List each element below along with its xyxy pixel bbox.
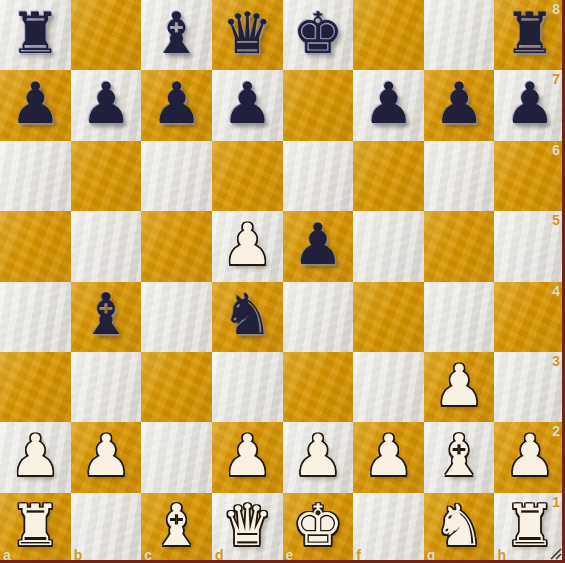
piece-white-bishop[interactable]: ♝	[434, 427, 485, 484]
square-g3[interactable]: ♟	[424, 352, 495, 422]
square-c2[interactable]	[141, 422, 212, 492]
square-b1[interactable]: b	[71, 493, 142, 563]
piece-white-pawn[interactable]: ♟	[222, 216, 273, 273]
square-f8[interactable]	[353, 0, 424, 70]
square-e5[interactable]: ♟	[283, 211, 354, 281]
square-a6[interactable]	[0, 141, 71, 211]
square-e7[interactable]	[283, 70, 354, 140]
square-f3[interactable]	[353, 352, 424, 422]
piece-black-bishop[interactable]: ♝	[80, 286, 131, 343]
piece-black-pawn[interactable]: ♟	[10, 75, 61, 132]
square-c6[interactable]	[141, 141, 212, 211]
chess-app-window: ♜♝♛♚♜8♟♟♟♟♟♟♟76♟♟5♝♞4♟3♟♟♟♟♟♝♟2♜ab♝c♛d♚e…	[0, 0, 565, 563]
piece-black-pawn[interactable]: ♟	[151, 75, 202, 132]
square-g2[interactable]: ♝	[424, 422, 495, 492]
piece-white-pawn[interactable]: ♟	[504, 427, 555, 484]
square-c3[interactable]	[141, 352, 212, 422]
square-d6[interactable]	[212, 141, 283, 211]
piece-white-pawn[interactable]: ♟	[363, 427, 414, 484]
square-c7[interactable]: ♟	[141, 70, 212, 140]
square-h5[interactable]: 5	[494, 211, 565, 281]
piece-white-queen[interactable]: ♛	[222, 497, 273, 554]
piece-black-bishop[interactable]: ♝	[151, 5, 202, 62]
rank-label-4: 4	[552, 284, 560, 298]
square-e3[interactable]	[283, 352, 354, 422]
square-d4[interactable]: ♞	[212, 282, 283, 352]
square-b5[interactable]	[71, 211, 142, 281]
piece-white-bishop[interactable]: ♝	[151, 497, 202, 554]
piece-black-knight[interactable]: ♞	[222, 286, 273, 343]
square-e2[interactable]: ♟	[283, 422, 354, 492]
piece-black-pawn[interactable]: ♟	[434, 75, 485, 132]
piece-black-rook[interactable]: ♜	[10, 5, 61, 62]
square-e1[interactable]: ♚e	[283, 493, 354, 563]
square-d8[interactable]: ♛	[212, 0, 283, 70]
square-e4[interactable]	[283, 282, 354, 352]
piece-white-pawn[interactable]: ♟	[434, 357, 485, 414]
square-d2[interactable]: ♟	[212, 422, 283, 492]
rank-label-5: 5	[552, 213, 560, 227]
square-a1[interactable]: ♜a	[0, 493, 71, 563]
square-f6[interactable]	[353, 141, 424, 211]
chess-board: ♜♝♛♚♜8♟♟♟♟♟♟♟76♟♟5♝♞4♟3♟♟♟♟♟♝♟2♜ab♝c♛d♚e…	[0, 0, 565, 563]
square-c8[interactable]: ♝	[141, 0, 212, 70]
piece-white-knight[interactable]: ♞	[434, 497, 485, 554]
rank-label-6: 6	[552, 143, 560, 157]
square-g4[interactable]	[424, 282, 495, 352]
square-d1[interactable]: ♛d	[212, 493, 283, 563]
square-g5[interactable]	[424, 211, 495, 281]
piece-black-pawn[interactable]: ♟	[504, 75, 555, 132]
square-f5[interactable]	[353, 211, 424, 281]
square-b7[interactable]: ♟	[71, 70, 142, 140]
square-c1[interactable]: ♝c	[141, 493, 212, 563]
square-c5[interactable]	[141, 211, 212, 281]
resize-grip-icon[interactable]	[546, 544, 562, 560]
square-e8[interactable]: ♚	[283, 0, 354, 70]
piece-black-pawn[interactable]: ♟	[222, 75, 273, 132]
piece-white-pawn[interactable]: ♟	[292, 427, 343, 484]
rank-label-2: 2	[552, 424, 560, 438]
square-e6[interactable]	[283, 141, 354, 211]
square-g1[interactable]: ♞g	[424, 493, 495, 563]
rank-label-1: 1	[552, 495, 560, 509]
square-g7[interactable]: ♟	[424, 70, 495, 140]
square-h3[interactable]: 3	[494, 352, 565, 422]
square-f7[interactable]: ♟	[353, 70, 424, 140]
square-a8[interactable]: ♜	[0, 0, 71, 70]
square-a7[interactable]: ♟	[0, 70, 71, 140]
rank-label-7: 7	[552, 72, 560, 86]
piece-white-pawn[interactable]: ♟	[10, 427, 61, 484]
square-d3[interactable]	[212, 352, 283, 422]
square-h2[interactable]: ♟2	[494, 422, 565, 492]
square-f4[interactable]	[353, 282, 424, 352]
square-c4[interactable]	[141, 282, 212, 352]
square-a2[interactable]: ♟	[0, 422, 71, 492]
square-h6[interactable]: 6	[494, 141, 565, 211]
piece-black-rook[interactable]: ♜	[504, 5, 555, 62]
square-g8[interactable]	[424, 0, 495, 70]
square-f1[interactable]: f	[353, 493, 424, 563]
square-b8[interactable]	[71, 0, 142, 70]
piece-white-pawn[interactable]: ♟	[80, 427, 131, 484]
piece-black-queen[interactable]: ♛	[222, 5, 273, 62]
piece-white-pawn[interactable]: ♟	[222, 427, 273, 484]
piece-white-rook[interactable]: ♜	[10, 497, 61, 554]
square-h8[interactable]: ♜8	[494, 0, 565, 70]
square-f2[interactable]: ♟	[353, 422, 424, 492]
rank-label-8: 8	[552, 2, 560, 16]
square-a4[interactable]	[0, 282, 71, 352]
square-a3[interactable]	[0, 352, 71, 422]
square-d5[interactable]: ♟	[212, 211, 283, 281]
square-b4[interactable]: ♝	[71, 282, 142, 352]
square-b3[interactable]	[71, 352, 142, 422]
piece-black-pawn[interactable]: ♟	[292, 216, 343, 273]
square-d7[interactable]: ♟	[212, 70, 283, 140]
square-h7[interactable]: ♟7	[494, 70, 565, 140]
piece-white-king[interactable]: ♚	[292, 497, 343, 554]
square-b2[interactable]: ♟	[71, 422, 142, 492]
square-b6[interactable]	[71, 141, 142, 211]
rank-label-3: 3	[552, 354, 560, 368]
piece-black-king[interactable]: ♚	[292, 5, 343, 62]
square-g6[interactable]	[424, 141, 495, 211]
piece-black-pawn[interactable]: ♟	[80, 75, 131, 132]
square-a5[interactable]	[0, 211, 71, 281]
piece-black-pawn[interactable]: ♟	[363, 75, 414, 132]
square-h4[interactable]: 4	[494, 282, 565, 352]
